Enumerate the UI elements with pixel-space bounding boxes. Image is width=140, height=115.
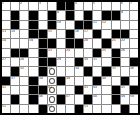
black-cell	[39, 67, 47, 75]
white-cell[interactable]	[29, 58, 37, 66]
black-cell	[39, 86, 47, 94]
black-cell	[39, 105, 47, 113]
white-cell-circled[interactable]: 42	[48, 86, 56, 94]
white-cell[interactable]	[102, 86, 110, 94]
circle-marker	[49, 96, 55, 102]
clue-number: 37	[11, 77, 15, 79]
black-cell	[39, 30, 47, 38]
clue-number: 53	[84, 105, 88, 107]
white-cell[interactable]: 7	[130, 2, 138, 10]
white-cell[interactable]	[29, 49, 37, 57]
clue-number: 26	[121, 49, 125, 51]
clue-number: 25	[102, 49, 106, 51]
black-cell	[112, 49, 120, 57]
white-cell[interactable]	[121, 67, 129, 75]
crossword-board: 1234567891011121314151617181920212223242…	[0, 0, 140, 115]
white-cell[interactable]: 43	[84, 86, 92, 94]
white-cell[interactable]: 3	[39, 2, 47, 10]
clue-number: 27	[2, 58, 6, 60]
black-cell	[11, 67, 19, 75]
white-cell[interactable]	[57, 49, 65, 57]
clue-number: 22	[121, 39, 125, 41]
white-cell[interactable]	[102, 2, 110, 10]
black-cell	[112, 11, 120, 19]
white-cell[interactable]	[121, 21, 129, 29]
white-cell[interactable]	[93, 11, 101, 19]
white-cell[interactable]	[20, 77, 28, 85]
black-cell	[75, 105, 83, 113]
black-cell	[11, 11, 19, 19]
black-cell	[84, 11, 92, 19]
clue-number: 19	[29, 39, 33, 41]
white-cell[interactable]	[102, 30, 110, 38]
white-cell[interactable]: 23	[48, 49, 56, 57]
white-cell[interactable]: 46	[39, 95, 47, 103]
black-cell	[11, 95, 19, 103]
grid: 1234567891011121314151617181920212223242…	[2, 2, 138, 113]
black-cell	[112, 58, 120, 66]
clue-number: 36	[130, 67, 134, 69]
white-cell[interactable]: 34	[75, 67, 83, 75]
white-cell[interactable]	[2, 67, 10, 75]
white-cell[interactable]	[29, 67, 37, 75]
circle-marker	[49, 78, 55, 84]
black-cell	[93, 49, 101, 57]
clue-number: 28	[20, 58, 24, 60]
white-cell[interactable]	[29, 105, 37, 113]
black-cell	[66, 30, 74, 38]
clue-number: 47	[66, 95, 70, 97]
white-cell[interactable]: 38	[39, 77, 47, 85]
white-cell[interactable]: 18	[2, 39, 10, 47]
black-cell	[29, 95, 37, 103]
white-cell[interactable]: 14	[11, 30, 19, 38]
black-cell	[93, 30, 101, 38]
white-cell[interactable]: 27	[2, 58, 10, 66]
clue-number: 1	[2, 2, 4, 4]
black-cell	[39, 39, 47, 47]
circle-marker	[49, 87, 55, 93]
white-cell[interactable]	[20, 21, 28, 29]
clue-number: 39	[66, 77, 70, 79]
white-cell[interactable]	[66, 86, 74, 94]
black-cell	[84, 95, 92, 103]
white-cell[interactable]	[75, 11, 83, 19]
black-cell	[84, 21, 92, 29]
white-cell[interactable]	[48, 2, 56, 10]
black-cell	[121, 77, 129, 85]
white-cell[interactable]	[11, 58, 19, 66]
clue-number: 46	[39, 95, 43, 97]
white-cell[interactable]: 21	[112, 39, 120, 47]
black-cell	[66, 11, 74, 19]
white-cell[interactable]	[2, 49, 10, 57]
white-cell[interactable]: 9	[121, 11, 129, 19]
white-cell-circled[interactable]: 33	[48, 67, 56, 75]
white-cell[interactable]: 30	[84, 58, 92, 66]
black-cell	[39, 49, 47, 57]
black-cell	[130, 58, 138, 66]
white-cell[interactable]	[130, 105, 138, 113]
black-cell	[66, 2, 74, 10]
white-cell[interactable]: 19	[29, 39, 37, 47]
circle-marker	[49, 106, 55, 112]
clue-number: 44	[93, 86, 97, 88]
black-cell	[48, 39, 56, 47]
clue-number: 6	[121, 2, 123, 4]
white-cell[interactable]	[57, 67, 65, 75]
clue-number: 29	[57, 58, 61, 60]
white-cell[interactable]: 49	[121, 95, 129, 103]
clue-number: 35	[112, 67, 116, 69]
white-cell[interactable]: 25	[102, 49, 110, 57]
black-cell	[11, 49, 19, 57]
white-cell[interactable]: 8	[57, 11, 65, 19]
white-cell[interactable]: 44	[93, 86, 101, 94]
white-cell[interactable]: 45	[121, 86, 129, 94]
white-cell[interactable]: 13	[2, 30, 10, 38]
white-cell[interactable]	[20, 39, 28, 47]
clue-number: 15	[48, 30, 52, 32]
clue-number: 5	[93, 2, 95, 4]
white-cell[interactable]: 17	[84, 30, 92, 38]
clue-number: 49	[121, 95, 125, 97]
clue-number: 34	[75, 67, 79, 69]
white-cell[interactable]	[2, 21, 10, 29]
clue-number: 7	[130, 2, 132, 4]
clue-number: 16	[75, 30, 79, 32]
clue-number: 40	[102, 77, 106, 79]
black-cell	[29, 11, 37, 19]
white-cell[interactable]	[20, 95, 28, 103]
white-cell[interactable]: 1	[2, 2, 10, 10]
black-cell	[48, 11, 56, 19]
clue-number: 17	[84, 30, 88, 32]
white-cell[interactable]: 2	[20, 2, 28, 10]
black-cell	[29, 21, 37, 29]
black-cell	[75, 86, 83, 94]
white-cell[interactable]	[112, 105, 120, 113]
clue-number: 43	[84, 86, 88, 88]
black-cell	[57, 95, 65, 103]
white-cell-circled[interactable]	[48, 77, 56, 85]
white-cell[interactable]	[75, 49, 83, 57]
white-cell-circled[interactable]: 52	[48, 105, 56, 113]
white-cell[interactable]: 31	[93, 58, 101, 66]
clue-number: 32	[20, 67, 24, 69]
white-cell[interactable]	[20, 30, 28, 38]
white-cell[interactable]	[130, 49, 138, 57]
white-cell[interactable]	[20, 86, 28, 94]
black-cell	[66, 39, 74, 47]
white-cell[interactable]	[66, 67, 74, 75]
black-cell	[102, 11, 110, 19]
white-cell-circled[interactable]	[48, 95, 56, 103]
white-cell[interactable]	[57, 39, 65, 47]
white-cell[interactable]: 22	[121, 39, 129, 47]
white-cell[interactable]	[2, 95, 10, 103]
white-cell[interactable]: 12	[102, 21, 110, 29]
clue-number: 10	[57, 21, 61, 23]
white-cell[interactable]	[102, 105, 110, 113]
white-cell[interactable]: 28	[20, 58, 28, 66]
clue-number: 4	[75, 2, 77, 4]
white-cell[interactable]: 5	[93, 2, 101, 10]
white-cell[interactable]	[57, 86, 65, 94]
white-cell[interactable]	[102, 95, 110, 103]
white-cell[interactable]: 37	[11, 77, 19, 85]
black-cell	[2, 77, 10, 85]
black-cell	[75, 21, 83, 29]
white-cell[interactable]	[11, 39, 19, 47]
white-cell[interactable]	[57, 30, 65, 38]
white-cell[interactable]: 47	[66, 95, 74, 103]
white-cell[interactable]: 6	[121, 2, 129, 10]
white-cell[interactable]	[57, 105, 65, 113]
white-cell[interactable]: 20	[84, 39, 92, 47]
black-cell	[48, 58, 56, 66]
white-cell[interactable]: 53	[84, 105, 92, 113]
white-cell[interactable]: 11	[93, 21, 101, 29]
white-cell[interactable]	[66, 21, 74, 29]
clue-number: 20	[84, 39, 88, 41]
black-cell	[102, 67, 110, 75]
white-cell[interactable]	[130, 21, 138, 29]
white-cell[interactable]	[2, 11, 10, 19]
clue-number: 30	[84, 58, 88, 60]
white-cell[interactable]	[84, 77, 92, 85]
white-cell[interactable]: 16	[75, 30, 83, 38]
white-cell[interactable]: 24	[66, 49, 74, 57]
clue-number: 12	[102, 21, 106, 23]
clue-number: 9	[121, 11, 123, 13]
white-cell[interactable]: 35	[112, 67, 120, 75]
white-cell[interactable]	[66, 105, 74, 113]
clue-number: 8	[57, 11, 59, 13]
white-cell[interactable]: 10	[57, 21, 65, 29]
white-cell[interactable]: 15	[48, 30, 56, 38]
white-cell[interactable]: 50	[130, 95, 138, 103]
black-cell	[112, 95, 120, 103]
white-cell[interactable]	[93, 39, 101, 47]
black-cell	[48, 21, 56, 29]
white-cell[interactable]: 29	[57, 58, 65, 66]
clue-number: 2	[20, 2, 22, 4]
white-cell[interactable]	[130, 77, 138, 85]
white-cell[interactable]: 4	[75, 2, 83, 10]
white-cell[interactable]: 26	[121, 49, 129, 57]
clue-number: 24	[66, 49, 70, 51]
white-cell[interactable]	[66, 58, 74, 66]
clue-number: 31	[93, 58, 97, 60]
black-cell	[29, 77, 37, 85]
white-cell[interactable]	[130, 30, 138, 38]
circle-marker	[49, 68, 55, 74]
clue-number: 18	[2, 39, 6, 41]
white-cell[interactable]	[102, 58, 110, 66]
white-cell[interactable]	[11, 105, 19, 113]
white-cell[interactable]	[121, 58, 129, 66]
white-cell[interactable]	[20, 11, 28, 19]
black-cell	[75, 39, 83, 47]
white-cell[interactable]	[11, 2, 19, 10]
white-cell[interactable]	[112, 21, 120, 29]
black-cell	[84, 67, 92, 75]
clue-number: 38	[39, 77, 43, 79]
white-cell[interactable]	[20, 105, 28, 113]
white-cell[interactable]	[112, 2, 120, 10]
clue-number: 45	[121, 86, 125, 88]
clue-number: 13	[2, 30, 6, 32]
clue-number: 14	[11, 30, 15, 32]
white-cell[interactable]: 36	[130, 67, 138, 75]
white-cell[interactable]: 41	[2, 86, 10, 94]
white-cell[interactable]	[93, 67, 101, 75]
clue-number: 41	[2, 86, 6, 88]
clue-number: 50	[130, 95, 134, 97]
white-cell[interactable]	[39, 21, 47, 29]
white-cell[interactable]: 51	[2, 105, 10, 113]
clue-number: 21	[112, 39, 116, 41]
white-cell[interactable]	[84, 2, 92, 10]
black-cell	[29, 30, 37, 38]
clue-number: 48	[93, 95, 97, 97]
black-cell	[121, 30, 129, 38]
black-cell	[102, 39, 110, 47]
white-cell[interactable]: 32	[20, 67, 28, 75]
black-cell	[112, 30, 120, 38]
clue-number: 23	[48, 49, 52, 51]
white-cell[interactable]	[11, 86, 19, 94]
clue-number: 51	[2, 105, 6, 107]
black-cell	[39, 58, 47, 66]
white-cell[interactable]: 40	[102, 77, 110, 85]
black-cell	[75, 58, 83, 66]
white-cell[interactable]: 39	[66, 77, 74, 85]
black-cell	[57, 77, 65, 85]
black-cell	[121, 105, 129, 113]
white-cell[interactable]	[130, 39, 138, 47]
white-cell[interactable]: 48	[93, 95, 101, 103]
black-cell	[93, 77, 101, 85]
white-cell[interactable]	[39, 11, 47, 19]
white-cell[interactable]	[84, 49, 92, 57]
black-cell	[57, 2, 65, 10]
white-cell[interactable]	[75, 77, 83, 85]
white-cell[interactable]	[29, 2, 37, 10]
clue-number: 3	[39, 2, 41, 4]
clue-number: 11	[93, 21, 97, 23]
white-cell[interactable]	[75, 95, 83, 103]
white-cell[interactable]	[93, 105, 101, 113]
black-cell	[11, 21, 19, 29]
black-cell	[20, 49, 28, 57]
white-cell[interactable]	[112, 77, 120, 85]
black-cell	[130, 86, 138, 94]
black-cell	[29, 86, 37, 94]
black-cell	[112, 86, 120, 94]
white-cell[interactable]	[130, 11, 138, 19]
